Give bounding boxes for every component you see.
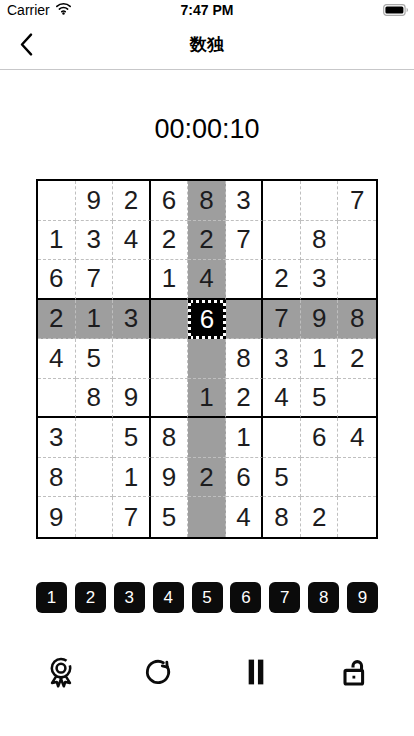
grid-cell[interactable] xyxy=(301,458,339,498)
grid-cell[interactable]: 2 xyxy=(263,260,301,300)
grid-cell[interactable] xyxy=(338,379,376,419)
grid-cell[interactable]: 3 xyxy=(301,260,339,300)
grid-cell[interactable]: 9 xyxy=(301,300,339,340)
grid-cell[interactable] xyxy=(338,221,376,261)
grid-cell[interactable]: 4 xyxy=(188,260,226,300)
grid-cell[interactable]: 1 xyxy=(151,260,189,300)
restart-button[interactable] xyxy=(136,650,180,694)
grid-cell[interactable]: 8 xyxy=(151,418,189,458)
award-icon xyxy=(44,655,78,689)
pause-button[interactable] xyxy=(234,650,278,694)
grid-cell[interactable]: 4 xyxy=(263,379,301,419)
grid-cell[interactable]: 8 xyxy=(188,181,226,221)
grid-cell[interactable] xyxy=(263,418,301,458)
grid-cell[interactable]: 2 xyxy=(226,379,264,419)
grid-cell[interactable]: 3 xyxy=(226,181,264,221)
grid-cell[interactable]: 4 xyxy=(338,418,376,458)
grid-cell[interactable]: 1 xyxy=(301,339,339,379)
award-button[interactable] xyxy=(39,650,83,694)
grid-cell[interactable]: 8 xyxy=(38,458,76,498)
grid-cell[interactable]: 8 xyxy=(301,221,339,261)
grid-cell[interactable]: 8 xyxy=(338,300,376,340)
grid-cell[interactable] xyxy=(188,418,226,458)
grid-cell[interactable]: 7 xyxy=(263,300,301,340)
grid-cell[interactable]: 5 xyxy=(76,339,114,379)
grid-cell[interactable]: 8 xyxy=(263,497,301,537)
grid-cell[interactable] xyxy=(338,458,376,498)
grid-cell[interactable] xyxy=(151,379,189,419)
grid-cell[interactable] xyxy=(113,339,151,379)
grid-cell[interactable] xyxy=(151,300,189,340)
grid-cell[interactable]: 5 xyxy=(113,418,151,458)
grid-cell[interactable]: 7 xyxy=(338,181,376,221)
grid-cell[interactable] xyxy=(188,339,226,379)
grid-cell[interactable]: 7 xyxy=(226,221,264,261)
numpad-key-9[interactable]: 9 xyxy=(347,582,378,613)
grid-cell[interactable]: 3 xyxy=(38,418,76,458)
grid-cell[interactable]: 4 xyxy=(38,339,76,379)
page-title: 数独 xyxy=(0,20,414,70)
grid-cell[interactable]: 2 xyxy=(38,300,76,340)
grid-cell[interactable]: 4 xyxy=(226,497,264,537)
grid-cell[interactable]: 9 xyxy=(38,497,76,537)
grid-cell[interactable]: 7 xyxy=(76,260,114,300)
numpad-key-4[interactable]: 4 xyxy=(153,582,184,613)
numpad-key-7[interactable]: 7 xyxy=(269,582,300,613)
numpad-key-5[interactable]: 5 xyxy=(192,582,223,613)
grid-cell[interactable]: 7 xyxy=(113,497,151,537)
grid-cell[interactable]: 3 xyxy=(113,300,151,340)
grid-cell[interactable] xyxy=(38,379,76,419)
grid-cell[interactable]: 1 xyxy=(226,418,264,458)
grid-cell[interactable]: 1 xyxy=(76,300,114,340)
grid-cell[interactable] xyxy=(76,497,114,537)
grid-cell[interactable] xyxy=(301,181,339,221)
grid-cell[interactable]: 2 xyxy=(113,181,151,221)
grid-cell[interactable] xyxy=(38,181,76,221)
grid-cell[interactable]: 6 xyxy=(226,458,264,498)
nav-bar: 数独 xyxy=(0,20,414,70)
grid-cell[interactable]: 9 xyxy=(113,379,151,419)
sudoku-board: 9268371342278671423213679845831289124535… xyxy=(36,179,378,539)
grid-cell[interactable]: 9 xyxy=(151,458,189,498)
grid-cell[interactable]: 1 xyxy=(188,379,226,419)
battery-icon xyxy=(383,4,409,16)
grid-cell[interactable]: 5 xyxy=(151,497,189,537)
grid-cell[interactable]: 6 xyxy=(38,260,76,300)
grid-cell[interactable]: 4 xyxy=(113,221,151,261)
unlock-icon xyxy=(337,656,369,688)
grid-cell[interactable] xyxy=(226,300,264,340)
restart-icon xyxy=(142,656,174,688)
grid-cell[interactable]: 3 xyxy=(263,339,301,379)
status-bar: Carrier 7:47 PM xyxy=(0,0,414,20)
grid-cell[interactable]: 3 xyxy=(76,221,114,261)
pause-icon xyxy=(243,658,269,686)
grid-cell[interactable] xyxy=(113,260,151,300)
grid-cell[interactable]: 5 xyxy=(263,458,301,498)
grid-cell[interactable]: 1 xyxy=(113,458,151,498)
grid-cell[interactable]: 2 xyxy=(188,458,226,498)
numpad-key-1[interactable]: 1 xyxy=(36,582,67,613)
numpad-key-3[interactable]: 3 xyxy=(114,582,145,613)
grid-cell[interactable]: 2 xyxy=(151,221,189,261)
grid-cell[interactable] xyxy=(338,260,376,300)
grid-cell[interactable]: 6 xyxy=(151,181,189,221)
numpad-key-6[interactable]: 6 xyxy=(230,582,261,613)
grid-cell[interactable]: 6 xyxy=(301,418,339,458)
numpad-key-8[interactable]: 8 xyxy=(308,582,339,613)
grid-cell[interactable]: 1 xyxy=(38,221,76,261)
grid-cell[interactable] xyxy=(263,221,301,261)
grid-cell[interactable] xyxy=(226,260,264,300)
grid-cell[interactable] xyxy=(188,497,226,537)
grid-cell[interactable]: 5 xyxy=(301,379,339,419)
grid-cell[interactable] xyxy=(338,497,376,537)
grid-cell[interactable] xyxy=(263,181,301,221)
timer: 00:00:10 xyxy=(0,114,414,145)
grid-cell[interactable]: 6 xyxy=(188,300,226,340)
grid-cell[interactable] xyxy=(76,418,114,458)
bottom-toolbar xyxy=(0,648,414,696)
grid-cell[interactable] xyxy=(76,458,114,498)
grid-cell[interactable]: 2 xyxy=(301,497,339,537)
numpad-key-2[interactable]: 2 xyxy=(75,582,106,613)
grid-cell[interactable]: 8 xyxy=(226,339,264,379)
lock-button[interactable] xyxy=(331,650,375,694)
grid-cell[interactable]: 2 xyxy=(338,339,376,379)
grid-cell[interactable] xyxy=(151,339,189,379)
grid-cell[interactable]: 8 xyxy=(76,379,114,419)
grid-cell[interactable]: 2 xyxy=(188,221,226,261)
status-time: 7:47 PM xyxy=(0,0,414,20)
grid-cell[interactable]: 9 xyxy=(76,181,114,221)
number-pad: 123456789 xyxy=(36,582,378,613)
